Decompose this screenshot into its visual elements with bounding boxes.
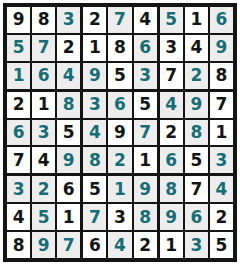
cell-r3c9[interactable]: 8 bbox=[210, 63, 233, 89]
cell-r5c2[interactable]: 3 bbox=[32, 120, 55, 146]
box-4: 218635749 bbox=[7, 92, 80, 174]
cell-r3c7[interactable]: 7 bbox=[160, 63, 183, 89]
cell-r4c8[interactable]: 9 bbox=[185, 92, 208, 118]
cell-r7c6[interactable]: 9 bbox=[134, 176, 157, 202]
cell-r9c2[interactable]: 9 bbox=[32, 232, 55, 258]
cell-r2c9[interactable]: 9 bbox=[210, 35, 233, 61]
cell-r8c7[interactable]: 9 bbox=[160, 204, 183, 230]
box-6: 497281653 bbox=[160, 92, 233, 174]
cell-r1c6[interactable]: 4 bbox=[134, 7, 157, 33]
cell-r8c1[interactable]: 4 bbox=[7, 204, 30, 230]
cell-r8c2[interactable]: 5 bbox=[32, 204, 55, 230]
cell-r4c9[interactable]: 7 bbox=[210, 92, 233, 118]
cell-r8c4[interactable]: 7 bbox=[83, 204, 106, 230]
cell-r6c4[interactable]: 8 bbox=[83, 147, 106, 173]
cell-r1c8[interactable]: 1 bbox=[185, 7, 208, 33]
cell-r4c6[interactable]: 5 bbox=[134, 92, 157, 118]
cell-r4c3[interactable]: 8 bbox=[57, 92, 80, 118]
cell-r5c4[interactable]: 4 bbox=[83, 120, 106, 146]
cell-r9c6[interactable]: 2 bbox=[134, 232, 157, 258]
cell-r6c8[interactable]: 5 bbox=[185, 147, 208, 173]
cell-r9c1[interactable]: 8 bbox=[7, 232, 30, 258]
cell-r4c2[interactable]: 1 bbox=[32, 92, 55, 118]
cell-r9c4[interactable]: 6 bbox=[83, 232, 106, 258]
cell-r4c4[interactable]: 3 bbox=[83, 92, 106, 118]
cell-r7c3[interactable]: 6 bbox=[57, 176, 80, 202]
cell-r8c3[interactable]: 1 bbox=[57, 204, 80, 230]
cell-r6c3[interactable]: 9 bbox=[57, 147, 80, 173]
cell-r6c5[interactable]: 2 bbox=[108, 147, 131, 173]
cell-r5c5[interactable]: 9 bbox=[108, 120, 131, 146]
cell-r6c1[interactable]: 7 bbox=[7, 147, 30, 173]
cell-r6c7[interactable]: 6 bbox=[160, 147, 183, 173]
cell-r5c8[interactable]: 8 bbox=[185, 120, 208, 146]
cell-r3c6[interactable]: 3 bbox=[134, 63, 157, 89]
box-5: 365497821 bbox=[83, 92, 156, 174]
cell-r1c2[interactable]: 8 bbox=[32, 7, 55, 33]
cell-r5c3[interactable]: 5 bbox=[57, 120, 80, 146]
cell-r7c5[interactable]: 1 bbox=[108, 176, 131, 202]
box-2: 274186953 bbox=[83, 7, 156, 89]
cell-r7c1[interactable]: 3 bbox=[7, 176, 30, 202]
cell-r2c6[interactable]: 6 bbox=[134, 35, 157, 61]
cell-r1c5[interactable]: 7 bbox=[108, 7, 131, 33]
cell-r3c2[interactable]: 6 bbox=[32, 63, 55, 89]
cell-r2c2[interactable]: 7 bbox=[32, 35, 55, 61]
cell-r1c4[interactable]: 2 bbox=[83, 7, 106, 33]
cell-r7c4[interactable]: 5 bbox=[83, 176, 106, 202]
cell-r7c2[interactable]: 2 bbox=[32, 176, 55, 202]
cell-r7c9[interactable]: 4 bbox=[210, 176, 233, 202]
cell-r5c1[interactable]: 6 bbox=[7, 120, 30, 146]
cell-r4c1[interactable]: 2 bbox=[7, 92, 30, 118]
cell-r9c8[interactable]: 3 bbox=[185, 232, 208, 258]
cell-r5c6[interactable]: 7 bbox=[134, 120, 157, 146]
cell-r3c5[interactable]: 5 bbox=[108, 63, 131, 89]
cell-r2c5[interactable]: 8 bbox=[108, 35, 131, 61]
cell-r8c8[interactable]: 6 bbox=[185, 204, 208, 230]
cell-r2c8[interactable]: 4 bbox=[185, 35, 208, 61]
cell-r8c6[interactable]: 8 bbox=[134, 204, 157, 230]
cell-r4c7[interactable]: 4 bbox=[160, 92, 183, 118]
box-9: 874962135 bbox=[160, 176, 233, 258]
cell-r3c3[interactable]: 4 bbox=[57, 63, 80, 89]
cell-r8c9[interactable]: 2 bbox=[210, 204, 233, 230]
sudoku-board: 9835721642741869535163497282186357493654… bbox=[3, 3, 237, 262]
cell-r1c9[interactable]: 6 bbox=[210, 7, 233, 33]
cell-r7c7[interactable]: 8 bbox=[160, 176, 183, 202]
cell-r6c9[interactable]: 3 bbox=[210, 147, 233, 173]
cell-r4c5[interactable]: 6 bbox=[108, 92, 131, 118]
cell-r8c5[interactable]: 3 bbox=[108, 204, 131, 230]
cell-r1c7[interactable]: 5 bbox=[160, 7, 183, 33]
cell-r2c7[interactable]: 3 bbox=[160, 35, 183, 61]
cell-r1c3[interactable]: 3 bbox=[57, 7, 80, 33]
cell-r2c1[interactable]: 5 bbox=[7, 35, 30, 61]
cell-r6c2[interactable]: 4 bbox=[32, 147, 55, 173]
cell-r7c8[interactable]: 7 bbox=[185, 176, 208, 202]
cell-r5c9[interactable]: 1 bbox=[210, 120, 233, 146]
cell-r2c4[interactable]: 1 bbox=[83, 35, 106, 61]
cell-r1c1[interactable]: 9 bbox=[7, 7, 30, 33]
cell-r6c6[interactable]: 1 bbox=[134, 147, 157, 173]
cell-r9c9[interactable]: 5 bbox=[210, 232, 233, 258]
cell-r3c1[interactable]: 1 bbox=[7, 63, 30, 89]
cell-r2c3[interactable]: 2 bbox=[57, 35, 80, 61]
box-3: 516349728 bbox=[160, 7, 233, 89]
cell-r3c8[interactable]: 2 bbox=[185, 63, 208, 89]
cell-r9c7[interactable]: 1 bbox=[160, 232, 183, 258]
cell-r9c5[interactable]: 4 bbox=[108, 232, 131, 258]
cell-r3c4[interactable]: 9 bbox=[83, 63, 106, 89]
box-1: 983572164 bbox=[7, 7, 80, 89]
box-7: 326451897 bbox=[7, 176, 80, 258]
cell-r9c3[interactable]: 7 bbox=[57, 232, 80, 258]
cell-r5c7[interactable]: 2 bbox=[160, 120, 183, 146]
box-8: 519738642 bbox=[83, 176, 156, 258]
